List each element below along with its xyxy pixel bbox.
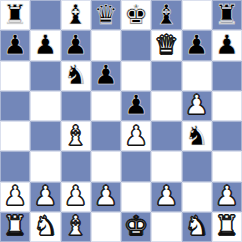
square-h3[interactable] bbox=[212, 151, 242, 181]
square-e5[interactable]: ♟ bbox=[121, 91, 151, 121]
square-f6[interactable] bbox=[151, 61, 181, 91]
piece-white-pawn-a2[interactable]: ♟ bbox=[3, 182, 27, 209]
piece-black-rook-a8[interactable]: ♜ bbox=[3, 1, 27, 28]
piece-white-knight-g1[interactable]: ♞ bbox=[185, 212, 209, 239]
square-d1[interactable] bbox=[91, 212, 121, 242]
piece-white-rook-h1[interactable]: ♜ bbox=[215, 212, 239, 239]
piece-white-queen-f7[interactable]: ♛ bbox=[154, 31, 178, 58]
square-f7[interactable]: ♛ bbox=[151, 30, 181, 60]
square-e7[interactable] bbox=[121, 30, 151, 60]
square-g3[interactable] bbox=[182, 151, 212, 181]
square-b6[interactable] bbox=[30, 61, 60, 91]
piece-white-pawn-b2[interactable]: ♟ bbox=[33, 182, 57, 209]
square-g1[interactable]: ♞ bbox=[182, 212, 212, 242]
square-d8[interactable]: ♛ bbox=[91, 0, 121, 30]
piece-white-pawn-c2[interactable]: ♟ bbox=[64, 182, 88, 209]
square-g6[interactable] bbox=[182, 61, 212, 91]
square-e2[interactable] bbox=[121, 182, 151, 212]
piece-white-king-e1[interactable]: ♚ bbox=[124, 212, 148, 239]
piece-black-pawn-d6[interactable]: ♟ bbox=[94, 61, 118, 88]
square-f3[interactable] bbox=[151, 151, 181, 181]
square-a6[interactable] bbox=[0, 61, 30, 91]
square-c5[interactable] bbox=[61, 91, 91, 121]
piece-black-pawn-c7[interactable]: ♟ bbox=[64, 31, 88, 58]
square-g2[interactable] bbox=[182, 182, 212, 212]
piece-white-pawn-d2[interactable]: ♟ bbox=[94, 182, 118, 209]
piece-black-bishop-c8[interactable]: ♝ bbox=[64, 1, 88, 28]
piece-black-queen-d8[interactable]: ♛ bbox=[94, 1, 118, 28]
square-c6[interactable]: ♞ bbox=[61, 61, 91, 91]
square-c4[interactable]: ♝ bbox=[61, 121, 91, 151]
piece-black-knight-g4[interactable]: ♞ bbox=[185, 122, 209, 149]
square-c1[interactable]: ♝ bbox=[61, 212, 91, 242]
square-d5[interactable] bbox=[91, 91, 121, 121]
square-h7[interactable]: ♟ bbox=[212, 30, 242, 60]
square-b4[interactable] bbox=[30, 121, 60, 151]
square-h4[interactable] bbox=[212, 121, 242, 151]
square-b5[interactable] bbox=[30, 91, 60, 121]
piece-black-king-e8[interactable]: ♚ bbox=[124, 1, 148, 28]
square-a5[interactable] bbox=[0, 91, 30, 121]
square-f1[interactable] bbox=[151, 212, 181, 242]
piece-black-rook-h8[interactable]: ♜ bbox=[215, 1, 239, 28]
chess-board: ♜♝♛♚♝♜♟♟♟♛♟♟♞♟♟♟♝♟♞♟♟♟♟♟♟♜♞♝♚♞♜ bbox=[0, 0, 242, 242]
piece-black-pawn-b7[interactable]: ♟ bbox=[33, 31, 57, 58]
piece-black-bishop-f8[interactable]: ♝ bbox=[154, 1, 178, 28]
square-c7[interactable]: ♟ bbox=[61, 30, 91, 60]
square-h6[interactable] bbox=[212, 61, 242, 91]
square-g5[interactable]: ♟ bbox=[182, 91, 212, 121]
square-g8[interactable] bbox=[182, 0, 212, 30]
square-b3[interactable] bbox=[30, 151, 60, 181]
piece-white-bishop-c1[interactable]: ♝ bbox=[64, 212, 88, 239]
square-h2[interactable]: ♟ bbox=[212, 182, 242, 212]
piece-black-pawn-h7[interactable]: ♟ bbox=[215, 31, 239, 58]
piece-white-rook-a1[interactable]: ♜ bbox=[3, 212, 27, 239]
square-c2[interactable]: ♟ bbox=[61, 182, 91, 212]
piece-white-pawn-e4[interactable]: ♟ bbox=[124, 122, 148, 149]
square-a4[interactable] bbox=[0, 121, 30, 151]
square-f2[interactable]: ♟ bbox=[151, 182, 181, 212]
square-h8[interactable]: ♜ bbox=[212, 0, 242, 30]
square-g7[interactable]: ♟ bbox=[182, 30, 212, 60]
piece-black-pawn-a7[interactable]: ♟ bbox=[3, 31, 27, 58]
square-a8[interactable]: ♜ bbox=[0, 0, 30, 30]
square-e8[interactable]: ♚ bbox=[121, 0, 151, 30]
piece-white-pawn-h2[interactable]: ♟ bbox=[215, 182, 239, 209]
piece-white-pawn-g5[interactable]: ♟ bbox=[185, 91, 209, 118]
piece-black-pawn-e5[interactable]: ♟ bbox=[124, 91, 148, 118]
piece-white-knight-b1[interactable]: ♞ bbox=[33, 212, 57, 239]
square-f8[interactable]: ♝ bbox=[151, 0, 181, 30]
square-b7[interactable]: ♟ bbox=[30, 30, 60, 60]
square-a3[interactable] bbox=[0, 151, 30, 181]
square-b2[interactable]: ♟ bbox=[30, 182, 60, 212]
piece-white-pawn-f2[interactable]: ♟ bbox=[154, 182, 178, 209]
piece-black-knight-c6[interactable]: ♞ bbox=[64, 61, 88, 88]
square-d2[interactable]: ♟ bbox=[91, 182, 121, 212]
square-c8[interactable]: ♝ bbox=[61, 0, 91, 30]
square-g4[interactable]: ♞ bbox=[182, 121, 212, 151]
square-e3[interactable] bbox=[121, 151, 151, 181]
square-d3[interactable] bbox=[91, 151, 121, 181]
square-a2[interactable]: ♟ bbox=[0, 182, 30, 212]
square-h1[interactable]: ♜ bbox=[212, 212, 242, 242]
square-e6[interactable] bbox=[121, 61, 151, 91]
square-d7[interactable] bbox=[91, 30, 121, 60]
square-d6[interactable]: ♟ bbox=[91, 61, 121, 91]
square-a7[interactable]: ♟ bbox=[0, 30, 30, 60]
piece-black-pawn-g7[interactable]: ♟ bbox=[185, 31, 209, 58]
square-c3[interactable] bbox=[61, 151, 91, 181]
square-f5[interactable] bbox=[151, 91, 181, 121]
square-a1[interactable]: ♜ bbox=[0, 212, 30, 242]
square-b8[interactable] bbox=[30, 0, 60, 30]
square-f4[interactable] bbox=[151, 121, 181, 151]
square-e4[interactable]: ♟ bbox=[121, 121, 151, 151]
square-h5[interactable] bbox=[212, 91, 242, 121]
square-b1[interactable]: ♞ bbox=[30, 212, 60, 242]
square-d4[interactable] bbox=[91, 121, 121, 151]
piece-white-bishop-c4[interactable]: ♝ bbox=[64, 122, 88, 149]
square-e1[interactable]: ♚ bbox=[121, 212, 151, 242]
